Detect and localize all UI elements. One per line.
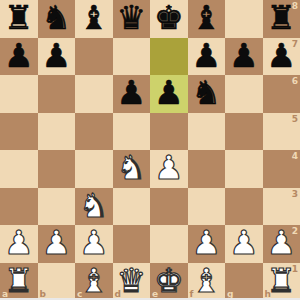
square-g3[interactable]: [225, 188, 263, 226]
square-e7[interactable]: [150, 38, 188, 76]
square-c8[interactable]: ♝: [75, 0, 113, 38]
square-a8[interactable]: ♜: [0, 0, 38, 38]
square-h7[interactable]: ♟7: [263, 38, 301, 76]
black-pawn[interactable]: ♟: [191, 39, 221, 72]
square-a5[interactable]: [0, 113, 38, 151]
chess-board: ♜♞♝♛♚♝♜8♟♟♟♟♟7♟♟♞65♞♟4♞3♟♟♟♟♟♟2♜ab♝c♛d♚e…: [0, 0, 300, 300]
white-pawn[interactable]: ♟: [41, 226, 71, 259]
square-c6[interactable]: [75, 75, 113, 113]
square-a2[interactable]: ♟: [0, 225, 38, 263]
square-c7[interactable]: [75, 38, 113, 76]
square-g1[interactable]: g: [225, 263, 263, 300]
white-bishop[interactable]: ♝: [79, 264, 109, 297]
square-f8[interactable]: ♝: [188, 0, 226, 38]
white-bishop[interactable]: ♝: [191, 264, 221, 297]
square-h5[interactable]: 5: [263, 113, 301, 151]
black-pawn[interactable]: ♟: [229, 39, 259, 72]
white-knight[interactable]: ♞: [79, 189, 109, 222]
square-f1[interactable]: ♝f: [188, 263, 226, 300]
square-g7[interactable]: ♟: [225, 38, 263, 76]
rank-label-7: 7: [292, 40, 298, 49]
square-c1[interactable]: ♝c: [75, 263, 113, 300]
square-e5[interactable]: [150, 113, 188, 151]
square-e4[interactable]: ♟: [150, 150, 188, 188]
white-knight[interactable]: ♞: [116, 151, 146, 184]
black-knight[interactable]: ♞: [191, 76, 221, 109]
square-b7[interactable]: ♟: [38, 38, 76, 76]
black-pawn[interactable]: ♟: [41, 39, 71, 72]
white-pawn[interactable]: ♟: [79, 226, 109, 259]
square-b6[interactable]: [38, 75, 76, 113]
square-f4[interactable]: [188, 150, 226, 188]
rank-label-8: 8: [292, 2, 298, 11]
square-e8[interactable]: ♚: [150, 0, 188, 38]
square-e2[interactable]: [150, 225, 188, 263]
square-f3[interactable]: [188, 188, 226, 226]
square-d3[interactable]: [113, 188, 151, 226]
square-b1[interactable]: b: [38, 263, 76, 300]
white-king[interactable]: ♚: [154, 264, 184, 297]
square-c3[interactable]: ♞: [75, 188, 113, 226]
square-f5[interactable]: [188, 113, 226, 151]
black-pawn[interactable]: ♟: [116, 76, 146, 109]
square-b4[interactable]: [38, 150, 76, 188]
square-h8[interactable]: ♜8: [263, 0, 301, 38]
white-pawn[interactable]: ♟: [229, 226, 259, 259]
chess-board-container: ♜♞♝♛♚♝♜8♟♟♟♟♟7♟♟♞65♞♟4♞3♟♟♟♟♟♟2♜ab♝c♛d♚e…: [0, 0, 300, 300]
rank-label-2: 2: [292, 227, 298, 236]
square-d1[interactable]: ♛d: [113, 263, 151, 300]
square-g4[interactable]: [225, 150, 263, 188]
square-g8[interactable]: [225, 0, 263, 38]
black-pawn[interactable]: ♟: [4, 39, 34, 72]
rank-label-1: 1: [292, 265, 298, 274]
square-d6[interactable]: ♟: [113, 75, 151, 113]
square-e3[interactable]: [150, 188, 188, 226]
square-c2[interactable]: ♟: [75, 225, 113, 263]
square-e1[interactable]: ♚e: [150, 263, 188, 300]
rank-label-5: 5: [292, 115, 298, 124]
square-h4[interactable]: 4: [263, 150, 301, 188]
square-d2[interactable]: [113, 225, 151, 263]
square-a1[interactable]: ♜a: [0, 263, 38, 300]
square-g2[interactable]: ♟: [225, 225, 263, 263]
square-d5[interactable]: [113, 113, 151, 151]
black-pawn[interactable]: ♟: [154, 76, 184, 109]
white-pawn[interactable]: ♟: [154, 151, 184, 184]
square-g6[interactable]: [225, 75, 263, 113]
square-g5[interactable]: [225, 113, 263, 151]
square-d4[interactable]: ♞: [113, 150, 151, 188]
square-b2[interactable]: ♟: [38, 225, 76, 263]
rank-label-3: 3: [292, 190, 298, 199]
square-f6[interactable]: ♞: [188, 75, 226, 113]
white-pawn[interactable]: ♟: [191, 226, 221, 259]
black-queen[interactable]: ♛: [116, 1, 146, 34]
square-f2[interactable]: ♟: [188, 225, 226, 263]
black-bishop[interactable]: ♝: [79, 1, 109, 34]
square-h3[interactable]: 3: [263, 188, 301, 226]
square-e6[interactable]: ♟: [150, 75, 188, 113]
square-b5[interactable]: [38, 113, 76, 151]
square-d8[interactable]: ♛: [113, 0, 151, 38]
square-c5[interactable]: [75, 113, 113, 151]
white-pawn[interactable]: ♟: [4, 226, 34, 259]
square-b3[interactable]: [38, 188, 76, 226]
square-b8[interactable]: ♞: [38, 0, 76, 38]
square-a4[interactable]: [0, 150, 38, 188]
white-rook[interactable]: ♜: [4, 264, 34, 297]
square-a7[interactable]: ♟: [0, 38, 38, 76]
square-a3[interactable]: [0, 188, 38, 226]
square-h2[interactable]: ♟2: [263, 225, 301, 263]
square-h6[interactable]: 6: [263, 75, 301, 113]
square-a6[interactable]: [0, 75, 38, 113]
square-f7[interactable]: ♟: [188, 38, 226, 76]
black-rook[interactable]: ♜: [4, 1, 34, 34]
black-king[interactable]: ♚: [154, 1, 184, 34]
rank-label-6: 6: [292, 77, 298, 86]
square-c4[interactable]: [75, 150, 113, 188]
square-d7[interactable]: [113, 38, 151, 76]
rank-label-4: 4: [292, 152, 298, 161]
black-bishop[interactable]: ♝: [191, 1, 221, 34]
black-knight[interactable]: ♞: [41, 1, 71, 34]
square-h1[interactable]: ♜h1: [263, 263, 301, 300]
